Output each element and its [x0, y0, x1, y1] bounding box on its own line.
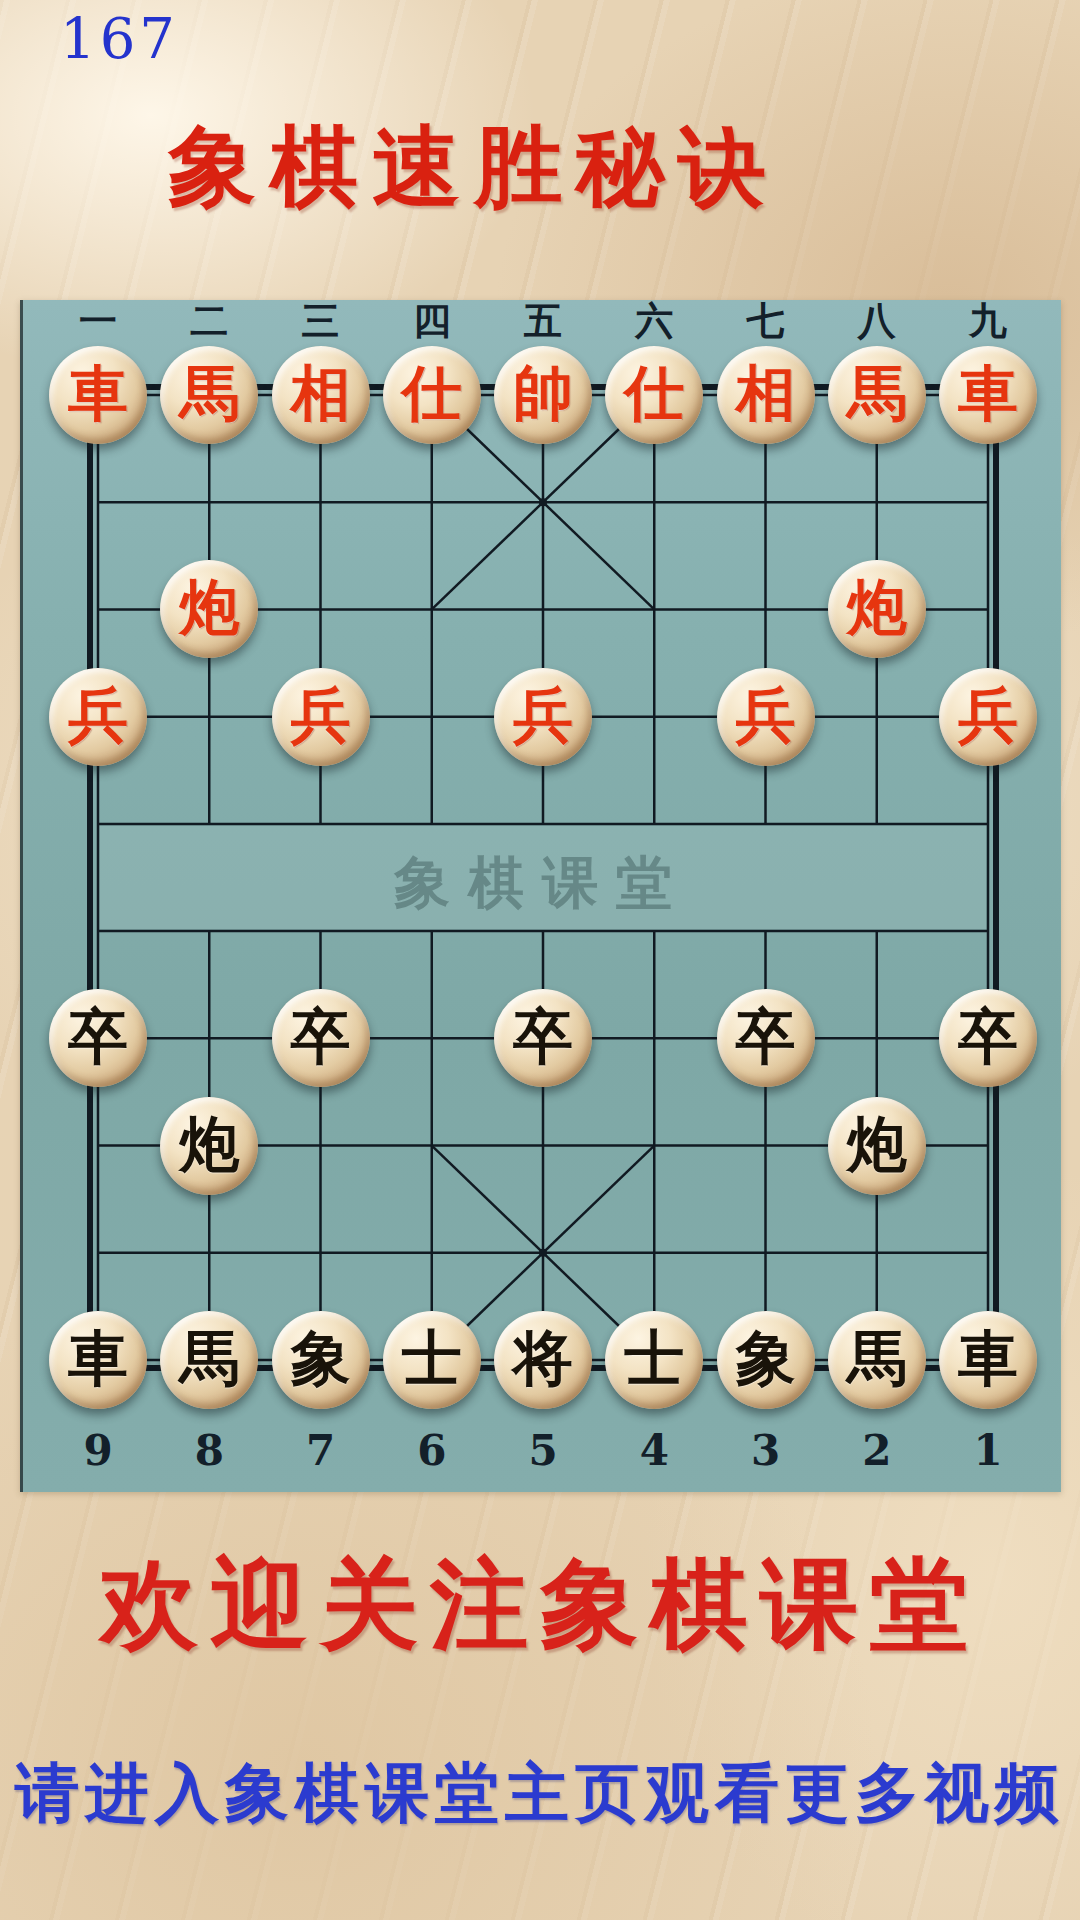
piece-char: 卒 [513, 987, 573, 1085]
piece-char: 象 [736, 1309, 796, 1407]
file-label-top-5: 五 [511, 300, 575, 342]
piece-char: 馬 [847, 344, 907, 442]
page-title: 象棋速胜秘诀 [168, 108, 928, 227]
file-label-bottom-1: 1 [956, 1428, 1020, 1474]
piece-red-soldier-2[interactable]: 兵 [272, 668, 370, 766]
file-label-bottom-7: 7 [289, 1428, 353, 1474]
piece-red-advisor-left[interactable]: 仕 [383, 346, 481, 444]
piece-black-soldier-1[interactable]: 卒 [49, 989, 147, 1087]
piece-red-general[interactable]: 帥 [494, 346, 592, 444]
piece-char: 車 [68, 1309, 128, 1407]
piece-black-soldier-5[interactable]: 卒 [939, 989, 1037, 1087]
piece-red-advisor-right[interactable]: 仕 [605, 346, 703, 444]
piece-black-chariot-left[interactable]: 車 [49, 1311, 147, 1409]
piece-black-soldier-4[interactable]: 卒 [717, 989, 815, 1087]
piece-black-general[interactable]: 将 [494, 1311, 592, 1409]
file-label-top-8: 八 [845, 300, 909, 342]
piece-red-elephant-right[interactable]: 相 [717, 346, 815, 444]
piece-black-advisor-right[interactable]: 士 [605, 1311, 703, 1409]
piece-char: 車 [68, 344, 128, 442]
piece-red-soldier-3[interactable]: 兵 [494, 668, 592, 766]
file-label-bottom-8: 8 [177, 1428, 241, 1474]
piece-char: 象 [291, 1309, 351, 1407]
file-label-top-1: 一 [66, 300, 130, 342]
piece-red-soldier-1[interactable]: 兵 [49, 668, 147, 766]
piece-char: 馬 [847, 1309, 907, 1407]
piece-black-chariot-right[interactable]: 車 [939, 1311, 1037, 1409]
piece-red-elephant-left[interactable]: 相 [272, 346, 370, 444]
piece-red-chariot-left[interactable]: 車 [49, 346, 147, 444]
file-label-bottom-2: 2 [845, 1428, 909, 1474]
piece-red-horse-left[interactable]: 馬 [160, 346, 258, 444]
piece-black-horse-left[interactable]: 馬 [160, 1311, 258, 1409]
page-number: 167 [60, 6, 179, 71]
poster-page: 167 象棋速胜秘诀 [0, 0, 1080, 1920]
piece-black-soldier-3[interactable]: 卒 [494, 989, 592, 1087]
piece-char: 相 [736, 344, 796, 442]
piece-char: 兵 [513, 666, 573, 764]
piece-char: 士 [402, 1309, 462, 1407]
piece-char: 炮 [847, 1095, 907, 1193]
piece-char: 帥 [513, 344, 573, 442]
piece-char: 馬 [179, 1309, 239, 1407]
footer-blue-text: 请进入象棋课堂主页观看更多视频 [0, 1750, 1080, 1837]
file-label-bottom-5: 5 [511, 1428, 575, 1474]
file-label-top-2: 二 [177, 300, 241, 342]
piece-red-soldier-5[interactable]: 兵 [939, 668, 1037, 766]
file-label-bottom-9: 9 [66, 1428, 130, 1474]
piece-char: 車 [958, 344, 1018, 442]
piece-red-chariot-right[interactable]: 車 [939, 346, 1037, 444]
file-label-bottom-4: 4 [622, 1428, 686, 1474]
piece-black-elephant-left[interactable]: 象 [272, 1311, 370, 1409]
piece-char: 炮 [847, 558, 907, 656]
piece-char: 卒 [68, 987, 128, 1085]
file-label-top-9: 九 [956, 300, 1020, 342]
piece-char: 仕 [402, 344, 462, 442]
piece-black-advisor-left[interactable]: 士 [383, 1311, 481, 1409]
piece-char: 車 [958, 1309, 1018, 1407]
footer-red-text: 欢迎关注象棋课堂 [0, 1540, 1080, 1672]
piece-black-cannon-right[interactable]: 炮 [828, 1097, 926, 1195]
file-label-bottom-3: 3 [734, 1428, 798, 1474]
piece-char: 馬 [179, 344, 239, 442]
piece-char: 将 [513, 1309, 573, 1407]
piece-char: 卒 [291, 987, 351, 1085]
piece-black-horse-right[interactable]: 馬 [828, 1311, 926, 1409]
file-label-top-6: 六 [622, 300, 686, 342]
river-watermark: 象棋课堂 [23, 846, 1061, 922]
file-label-top-7: 七 [734, 300, 798, 342]
piece-char: 炮 [179, 558, 239, 656]
piece-char: 卒 [958, 987, 1018, 1085]
file-label-bottom-6: 6 [400, 1428, 464, 1474]
piece-red-soldier-4[interactable]: 兵 [717, 668, 815, 766]
xiangqi-board[interactable]: 象棋课堂 一二三四五六七八九987654321車馬相仕帥仕相馬車炮炮兵兵兵兵兵卒… [20, 300, 1061, 1492]
piece-black-elephant-right[interactable]: 象 [717, 1311, 815, 1409]
piece-char: 卒 [736, 987, 796, 1085]
piece-black-cannon-left[interactable]: 炮 [160, 1097, 258, 1195]
piece-red-cannon-left[interactable]: 炮 [160, 560, 258, 658]
file-label-top-3: 三 [289, 300, 353, 342]
piece-char: 兵 [736, 666, 796, 764]
piece-red-cannon-right[interactable]: 炮 [828, 560, 926, 658]
piece-black-soldier-2[interactable]: 卒 [272, 989, 370, 1087]
piece-char: 兵 [958, 666, 1018, 764]
piece-char: 兵 [68, 666, 128, 764]
piece-char: 仕 [624, 344, 684, 442]
piece-char: 兵 [291, 666, 351, 764]
piece-red-horse-right[interactable]: 馬 [828, 346, 926, 444]
piece-char: 士 [624, 1309, 684, 1407]
file-label-top-4: 四 [400, 300, 464, 342]
piece-char: 炮 [179, 1095, 239, 1193]
piece-char: 相 [291, 344, 351, 442]
